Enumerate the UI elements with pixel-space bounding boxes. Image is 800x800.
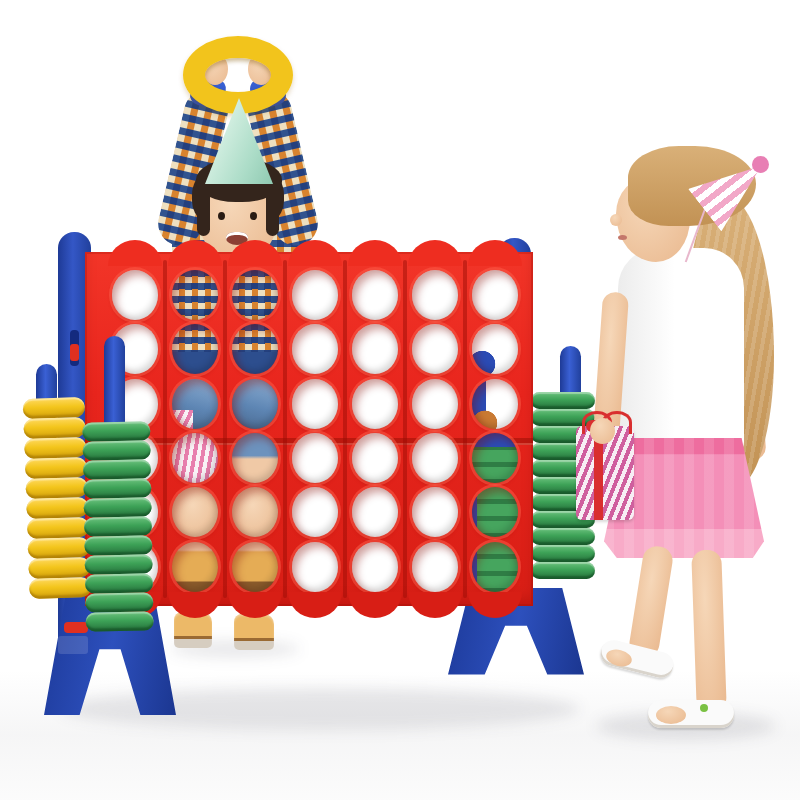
bottom-scallop [408,592,462,618]
slot-r4c2 [172,433,218,483]
board-grid [105,268,525,594]
slot-r2c4 [292,324,338,374]
slot-r4c4 [292,433,338,483]
product-photo-scene [0,0,800,800]
green-ring [85,554,153,574]
slot-r2c2 [172,324,218,374]
slot-r2c7 [472,324,518,374]
boy-sidehair-right [266,190,279,236]
slot-r6c6 [412,542,458,592]
green-ring [531,562,595,579]
top-scallop [348,240,402,266]
bottom-scallop [288,592,342,618]
logo-plate [58,636,88,654]
bottom-scallop [228,592,282,618]
slot-r4c7 [472,433,518,483]
green-ring [531,528,595,545]
girl-mouth [618,235,627,240]
girl-back-leg [691,550,727,713]
yellow-ring [25,457,88,479]
slot-r4c3 [232,433,278,483]
girl-front-leg [627,544,674,659]
green-ring [82,421,150,441]
green-ring [84,516,152,536]
slot-r6c5 [352,542,398,592]
yellow-ring [23,417,86,439]
slot-r3c6 [412,379,458,429]
top-scallop [408,240,462,266]
slot-r3c2 [172,379,218,429]
slot-r2c5 [352,324,398,374]
slot-r3c4 [292,379,338,429]
slot-r1c5 [352,270,398,320]
slot-r1c7 [472,270,518,320]
yellow-ring [27,517,90,539]
sandal-buckle [700,704,708,712]
slot-r6c7 [472,542,518,592]
green-ring [84,535,152,555]
green-ring [83,440,151,460]
release-lever-icon [70,344,79,361]
green-ring [84,497,152,517]
slot-r1c2 [172,270,218,320]
slot-r6c2 [172,542,218,592]
slot-r1c4 [292,270,338,320]
yellow-ring [27,537,90,559]
boy-sidehair-left [197,190,210,236]
top-scallop [108,240,162,266]
boy-left-eye [218,212,225,220]
hat-pompom [752,156,769,173]
column-rib [463,260,467,598]
slot-r3c7 [472,379,518,429]
green-ring [83,478,151,498]
yellow-ring [23,397,86,419]
column-rib [283,260,287,598]
bottom-release-lever [64,622,88,633]
girl-hand [590,418,615,444]
slot-r5c5 [352,487,398,537]
bottom-scallop [348,592,402,618]
column-rib [223,260,227,598]
green-ring [85,573,153,593]
slot-r4c6 [412,433,458,483]
slot-r5c4 [292,487,338,537]
green-ring [85,592,153,612]
slot-r1c6 [412,270,458,320]
slot-r5c2 [172,487,218,537]
yellow-ring [24,437,87,459]
girl-nose [610,214,622,226]
yellow-ring [29,577,92,599]
column-rib [163,260,167,598]
yellow-ring [28,557,91,579]
column-rib [343,260,347,598]
slot-r2c3 [232,324,278,374]
column-rib [403,260,407,598]
slot-r3c5 [352,379,398,429]
yellow-ring [26,497,89,519]
ring-stack-left-front [23,397,92,599]
slot-r3c3 [232,379,278,429]
slot-r6c3 [232,542,278,592]
slot-r5c3 [232,487,278,537]
green-ring [85,611,153,631]
slot-r2c6 [412,324,458,374]
slot-r5c6 [412,487,458,537]
yellow-ring [25,477,88,499]
girl-tee [618,248,744,456]
girl-back-toes [656,706,686,724]
slot-r6c4 [292,542,338,592]
boy-right-boot [234,614,274,650]
green-ring [531,392,595,409]
green-ring [83,459,151,479]
slot-r1c3 [232,270,278,320]
ring-stack-left-rear [82,421,154,631]
slot-r1c1 [112,270,158,320]
boy-right-eye [250,212,257,220]
slot-r4c5 [352,433,398,483]
green-ring [531,545,595,562]
slot-r5c7 [472,487,518,537]
